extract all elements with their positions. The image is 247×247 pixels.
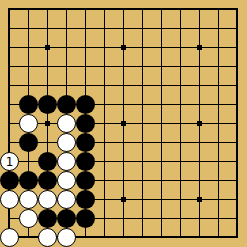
intersection[interactable]	[228, 114, 247, 133]
black-stone	[0, 171, 19, 190]
intersection[interactable]	[57, 209, 76, 228]
intersection[interactable]	[76, 0, 95, 19]
black-stone	[38, 171, 57, 190]
intersection[interactable]	[171, 38, 190, 57]
intersection[interactable]	[76, 209, 95, 228]
intersection[interactable]	[190, 38, 209, 57]
intersection[interactable]	[152, 38, 171, 57]
intersection[interactable]	[152, 57, 171, 76]
star-point	[197, 121, 202, 126]
intersection[interactable]	[133, 228, 152, 247]
intersection[interactable]	[95, 209, 114, 228]
intersection[interactable]	[114, 38, 133, 57]
intersection[interactable]	[76, 19, 95, 38]
white-stone: 1	[0, 152, 19, 171]
intersection[interactable]	[152, 133, 171, 152]
intersection[interactable]	[38, 152, 57, 171]
intersection[interactable]	[228, 190, 247, 209]
intersection[interactable]	[114, 133, 133, 152]
intersection[interactable]	[95, 57, 114, 76]
intersection[interactable]	[95, 95, 114, 114]
intersection[interactable]	[57, 95, 76, 114]
intersection[interactable]	[133, 95, 152, 114]
intersection[interactable]	[171, 57, 190, 76]
intersection[interactable]	[19, 0, 38, 19]
intersection[interactable]	[133, 57, 152, 76]
intersection[interactable]	[228, 133, 247, 152]
black-stone	[57, 95, 76, 114]
intersection[interactable]	[114, 190, 133, 209]
intersection[interactable]	[190, 76, 209, 95]
intersection[interactable]	[114, 152, 133, 171]
intersection[interactable]	[209, 190, 228, 209]
intersection[interactable]	[133, 0, 152, 19]
go-board-grid: 1	[0, 0, 247, 247]
intersection[interactable]	[209, 209, 228, 228]
go-board: 1	[0, 0, 247, 247]
intersection[interactable]	[38, 133, 57, 152]
intersection[interactable]	[38, 95, 57, 114]
intersection[interactable]	[76, 228, 95, 247]
intersection[interactable]	[228, 38, 247, 57]
white-stone	[57, 114, 76, 133]
intersection[interactable]	[228, 57, 247, 76]
intersection[interactable]	[0, 228, 19, 247]
intersection[interactable]	[19, 114, 38, 133]
intersection[interactable]	[152, 152, 171, 171]
intersection[interactable]	[209, 228, 228, 247]
intersection[interactable]	[95, 38, 114, 57]
black-stone	[38, 152, 57, 171]
intersection[interactable]	[76, 38, 95, 57]
intersection[interactable]	[133, 76, 152, 95]
intersection[interactable]	[114, 209, 133, 228]
white-stone	[57, 171, 76, 190]
intersection[interactable]	[190, 228, 209, 247]
intersection[interactable]	[152, 190, 171, 209]
move-label: 1	[6, 156, 14, 168]
intersection[interactable]	[38, 38, 57, 57]
intersection[interactable]	[19, 152, 38, 171]
intersection[interactable]	[0, 133, 19, 152]
intersection[interactable]	[133, 152, 152, 171]
intersection[interactable]	[171, 209, 190, 228]
black-stone	[57, 209, 76, 228]
intersection[interactable]	[38, 209, 57, 228]
intersection[interactable]	[171, 228, 190, 247]
intersection[interactable]	[19, 95, 38, 114]
intersection[interactable]	[57, 133, 76, 152]
intersection[interactable]	[190, 171, 209, 190]
star-point	[45, 121, 50, 126]
intersection[interactable]	[209, 114, 228, 133]
intersection[interactable]	[209, 0, 228, 19]
intersection[interactable]	[114, 171, 133, 190]
intersection[interactable]	[171, 76, 190, 95]
intersection[interactable]	[209, 38, 228, 57]
black-stone	[19, 95, 38, 114]
intersection[interactable]	[19, 76, 38, 95]
intersection[interactable]	[133, 114, 152, 133]
intersection[interactable]	[57, 190, 76, 209]
intersection[interactable]	[152, 95, 171, 114]
intersection[interactable]	[19, 228, 38, 247]
intersection[interactable]	[228, 171, 247, 190]
intersection[interactable]	[209, 57, 228, 76]
intersection[interactable]	[76, 57, 95, 76]
intersection[interactable]	[228, 152, 247, 171]
star-point	[121, 45, 126, 50]
intersection[interactable]	[95, 152, 114, 171]
white-stone	[57, 190, 76, 209]
star-point	[197, 45, 202, 50]
intersection[interactable]	[57, 57, 76, 76]
intersection[interactable]	[228, 95, 247, 114]
intersection[interactable]	[133, 190, 152, 209]
intersection[interactable]	[133, 38, 152, 57]
intersection[interactable]	[190, 95, 209, 114]
intersection[interactable]	[19, 38, 38, 57]
intersection[interactable]	[76, 190, 95, 209]
intersection[interactable]	[133, 209, 152, 228]
intersection[interactable]	[76, 95, 95, 114]
intersection[interactable]	[209, 76, 228, 95]
intersection[interactable]	[228, 228, 247, 247]
intersection[interactable]	[0, 114, 19, 133]
intersection[interactable]	[152, 114, 171, 133]
intersection[interactable]	[152, 171, 171, 190]
intersection[interactable]	[57, 114, 76, 133]
intersection[interactable]	[19, 209, 38, 228]
black-stone	[19, 171, 38, 190]
intersection[interactable]	[114, 95, 133, 114]
intersection[interactable]	[209, 152, 228, 171]
intersection[interactable]	[38, 76, 57, 95]
intersection[interactable]	[152, 228, 171, 247]
white-stone	[0, 190, 19, 209]
black-stone	[76, 133, 95, 152]
intersection[interactable]	[114, 57, 133, 76]
intersection[interactable]	[0, 38, 19, 57]
intersection[interactable]	[76, 76, 95, 95]
intersection[interactable]	[114, 76, 133, 95]
intersection[interactable]	[190, 57, 209, 76]
star-point	[121, 197, 126, 202]
white-stone	[38, 190, 57, 209]
intersection[interactable]	[190, 0, 209, 19]
intersection[interactable]	[228, 19, 247, 38]
intersection[interactable]	[0, 190, 19, 209]
intersection[interactable]	[114, 19, 133, 38]
black-stone	[19, 133, 38, 152]
intersection[interactable]	[19, 171, 38, 190]
intersection[interactable]	[19, 133, 38, 152]
intersection[interactable]	[76, 114, 95, 133]
intersection[interactable]	[95, 190, 114, 209]
intersection[interactable]	[0, 95, 19, 114]
white-stone	[57, 133, 76, 152]
intersection[interactable]	[76, 152, 95, 171]
intersection[interactable]	[38, 57, 57, 76]
intersection[interactable]	[0, 0, 19, 19]
intersection[interactable]	[57, 228, 76, 247]
intersection[interactable]	[57, 0, 76, 19]
intersection[interactable]	[152, 19, 171, 38]
intersection[interactable]	[76, 171, 95, 190]
intersection[interactable]	[95, 133, 114, 152]
star-point	[121, 121, 126, 126]
intersection[interactable]	[133, 19, 152, 38]
intersection[interactable]	[95, 0, 114, 19]
white-stone	[57, 228, 76, 247]
intersection[interactable]	[209, 133, 228, 152]
black-stone	[76, 209, 95, 228]
intersection[interactable]	[228, 0, 247, 19]
intersection[interactable]	[0, 209, 19, 228]
black-stone	[76, 114, 95, 133]
intersection[interactable]	[19, 19, 38, 38]
intersection[interactable]	[19, 190, 38, 209]
intersection[interactable]	[114, 114, 133, 133]
intersection[interactable]	[152, 209, 171, 228]
intersection[interactable]	[95, 171, 114, 190]
intersection[interactable]	[152, 0, 171, 19]
intersection[interactable]	[95, 76, 114, 95]
intersection[interactable]	[171, 95, 190, 114]
intersection[interactable]	[190, 19, 209, 38]
intersection[interactable]	[38, 228, 57, 247]
intersection[interactable]	[171, 152, 190, 171]
intersection[interactable]	[114, 0, 133, 19]
star-point	[45, 45, 50, 50]
intersection[interactable]	[0, 76, 19, 95]
white-stone	[57, 152, 76, 171]
intersection[interactable]	[190, 114, 209, 133]
intersection[interactable]	[76, 133, 95, 152]
intersection[interactable]	[228, 209, 247, 228]
intersection[interactable]	[171, 133, 190, 152]
intersection[interactable]	[0, 19, 19, 38]
intersection[interactable]	[38, 114, 57, 133]
intersection[interactable]	[133, 133, 152, 152]
intersection[interactable]	[209, 95, 228, 114]
intersection[interactable]	[38, 0, 57, 19]
intersection[interactable]	[95, 228, 114, 247]
black-stone	[76, 171, 95, 190]
intersection[interactable]	[95, 114, 114, 133]
intersection[interactable]	[209, 171, 228, 190]
intersection[interactable]	[190, 209, 209, 228]
star-point	[197, 197, 202, 202]
intersection[interactable]	[171, 0, 190, 19]
black-stone	[38, 209, 57, 228]
white-stone	[0, 228, 19, 247]
intersection[interactable]	[152, 76, 171, 95]
intersection[interactable]	[133, 171, 152, 190]
intersection[interactable]	[38, 171, 57, 190]
intersection[interactable]	[57, 152, 76, 171]
intersection[interactable]	[57, 38, 76, 57]
intersection[interactable]	[57, 19, 76, 38]
intersection[interactable]	[38, 190, 57, 209]
intersection[interactable]	[0, 171, 19, 190]
black-stone	[76, 95, 95, 114]
intersection[interactable]	[171, 190, 190, 209]
intersection[interactable]	[171, 171, 190, 190]
intersection[interactable]	[190, 133, 209, 152]
intersection[interactable]	[57, 76, 76, 95]
intersection[interactable]	[209, 19, 228, 38]
white-stone	[19, 114, 38, 133]
intersection[interactable]	[0, 57, 19, 76]
intersection[interactable]: 1	[0, 152, 19, 171]
black-stone	[76, 152, 95, 171]
intersection[interactable]	[190, 152, 209, 171]
intersection[interactable]	[171, 19, 190, 38]
white-stone	[38, 228, 57, 247]
intersection[interactable]	[57, 171, 76, 190]
black-stone	[76, 190, 95, 209]
intersection[interactable]	[171, 114, 190, 133]
intersection[interactable]	[19, 57, 38, 76]
intersection[interactable]	[38, 19, 57, 38]
white-stone	[19, 190, 38, 209]
black-stone	[38, 95, 57, 114]
intersection[interactable]	[95, 19, 114, 38]
white-stone	[19, 209, 38, 228]
intersection[interactable]	[228, 76, 247, 95]
intersection[interactable]	[190, 190, 209, 209]
intersection[interactable]	[114, 228, 133, 247]
